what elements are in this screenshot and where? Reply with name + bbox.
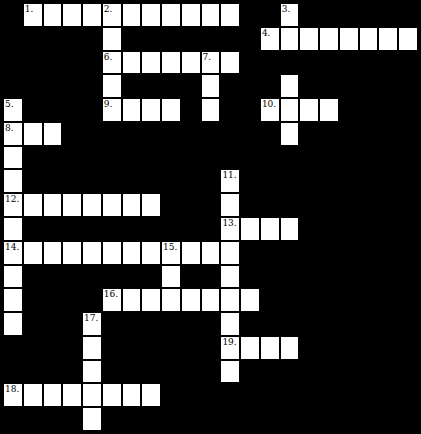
crossword-cell[interactable]: [102, 241, 122, 265]
black-cell: [141, 27, 161, 51]
black-cell: [359, 265, 379, 289]
black-cell: [359, 360, 379, 384]
crossword-cell[interactable]: [161, 3, 181, 27]
black-cell: [378, 122, 398, 146]
black-cell: [141, 122, 161, 146]
black-cell: [201, 360, 221, 384]
crossword-cell[interactable]: [378, 27, 398, 51]
crossword-cell[interactable]: [102, 193, 122, 217]
black-cell: [201, 169, 221, 193]
black-cell: [220, 27, 240, 51]
black-cell: [3, 27, 23, 51]
black-cell: [359, 312, 379, 336]
crossword-cell[interactable]: [141, 98, 161, 122]
crossword-cell[interactable]: 8.: [3, 122, 23, 146]
crossword-cell[interactable]: [62, 193, 82, 217]
crossword-cell[interactable]: [220, 360, 240, 384]
crossword-cell[interactable]: [240, 217, 260, 241]
black-cell: [378, 217, 398, 241]
black-cell: [260, 122, 280, 146]
crossword-cell[interactable]: [201, 3, 221, 27]
crossword-grid: 1.2.3.4.6.7.5.9.10.8.11.12.13.14.15.16.1…: [3, 3, 418, 431]
black-cell: [359, 51, 379, 75]
black-cell: [181, 193, 201, 217]
black-cell: [141, 217, 161, 241]
black-cell: [201, 122, 221, 146]
black-cell: [260, 51, 280, 75]
black-cell: [141, 407, 161, 431]
black-cell: [299, 265, 319, 289]
black-cell: [240, 74, 260, 98]
black-cell: [280, 360, 300, 384]
black-cell: [181, 146, 201, 170]
black-cell: [201, 27, 221, 51]
black-cell: [339, 98, 359, 122]
black-cell: [319, 217, 339, 241]
clue-number: 1.: [25, 4, 34, 14]
crossword-cell[interactable]: 13.: [220, 217, 240, 241]
black-cell: [43, 288, 63, 312]
crossword-cell[interactable]: 2.: [102, 3, 122, 27]
black-cell: [23, 360, 43, 384]
crossword-cell[interactable]: [122, 193, 142, 217]
crossword-cell[interactable]: [122, 241, 142, 265]
black-cell: [122, 312, 142, 336]
black-cell: [201, 193, 221, 217]
black-cell: [260, 146, 280, 170]
black-cell: [240, 122, 260, 146]
black-cell: [398, 74, 418, 98]
crossword-cell[interactable]: [280, 74, 300, 98]
crossword-cell[interactable]: [82, 241, 102, 265]
black-cell: [319, 241, 339, 265]
black-cell: [181, 312, 201, 336]
black-cell: [378, 265, 398, 289]
crossword-cell[interactable]: [220, 265, 240, 289]
black-cell: [280, 169, 300, 193]
crossword-cell[interactable]: [201, 98, 221, 122]
black-cell: [260, 169, 280, 193]
black-cell: [62, 360, 82, 384]
black-cell: [141, 312, 161, 336]
crossword-cell[interactable]: [43, 383, 63, 407]
crossword-cell[interactable]: [201, 241, 221, 265]
black-cell: [82, 98, 102, 122]
crossword-cell[interactable]: [43, 193, 63, 217]
crossword-cell[interactable]: [240, 336, 260, 360]
black-cell: [280, 312, 300, 336]
black-cell: [201, 217, 221, 241]
crossword-cell[interactable]: [82, 407, 102, 431]
crossword-cell[interactable]: [102, 27, 122, 51]
black-cell: [299, 312, 319, 336]
black-cell: [299, 336, 319, 360]
crossword-cell[interactable]: 19.: [220, 336, 240, 360]
black-cell: [359, 407, 379, 431]
crossword-cell[interactable]: [23, 241, 43, 265]
crossword-cell[interactable]: [62, 241, 82, 265]
clue-number: 17.: [84, 313, 98, 323]
crossword-cell[interactable]: [141, 383, 161, 407]
black-cell: [181, 407, 201, 431]
black-cell: [398, 193, 418, 217]
crossword-cell[interactable]: [280, 122, 300, 146]
black-cell: [240, 27, 260, 51]
crossword-cell[interactable]: [181, 3, 201, 27]
black-cell: [319, 312, 339, 336]
clue-number: 3.: [282, 4, 291, 14]
black-cell: [240, 407, 260, 431]
crossword-cell[interactable]: [201, 74, 221, 98]
crossword-cell[interactable]: [3, 146, 23, 170]
crossword-cell[interactable]: [280, 98, 300, 122]
crossword-cell[interactable]: [122, 288, 142, 312]
black-cell: [161, 74, 181, 98]
crossword-cell[interactable]: [82, 336, 102, 360]
black-cell: [378, 407, 398, 431]
crossword-cell[interactable]: 14.: [3, 241, 23, 265]
crossword-cell[interactable]: 12.: [3, 193, 23, 217]
crossword-board-frame: 1.2.3.4.6.7.5.9.10.8.11.12.13.14.15.16.1…: [0, 0, 421, 434]
crossword-cell[interactable]: [280, 27, 300, 51]
crossword-cell[interactable]: 7.: [201, 51, 221, 75]
black-cell: [3, 407, 23, 431]
black-cell: [359, 336, 379, 360]
black-cell: [43, 169, 63, 193]
black-cell: [161, 336, 181, 360]
black-cell: [122, 265, 142, 289]
crossword-cell[interactable]: 6.: [102, 51, 122, 75]
black-cell: [181, 98, 201, 122]
black-cell: [62, 146, 82, 170]
crossword-cell[interactable]: [122, 383, 142, 407]
crossword-cell[interactable]: [181, 51, 201, 75]
black-cell: [82, 27, 102, 51]
crossword-cell[interactable]: 17.: [82, 312, 102, 336]
crossword-cell[interactable]: [299, 98, 319, 122]
crossword-cell[interactable]: [220, 241, 240, 265]
crossword-cell[interactable]: [161, 288, 181, 312]
crossword-cell[interactable]: [220, 312, 240, 336]
black-cell: [181, 265, 201, 289]
crossword-cell[interactable]: [280, 217, 300, 241]
crossword-cell[interactable]: [220, 3, 240, 27]
black-cell: [378, 193, 398, 217]
black-cell: [220, 383, 240, 407]
black-cell: [299, 241, 319, 265]
crossword-cell[interactable]: [299, 27, 319, 51]
black-cell: [23, 169, 43, 193]
black-cell: [62, 265, 82, 289]
black-cell: [62, 51, 82, 75]
black-cell: [23, 74, 43, 98]
black-cell: [240, 265, 260, 289]
black-cell: [181, 217, 201, 241]
crossword-cell[interactable]: 4.: [260, 27, 280, 51]
crossword-cell[interactable]: [43, 122, 63, 146]
black-cell: [220, 407, 240, 431]
crossword-cell[interactable]: [122, 51, 142, 75]
black-cell: [240, 98, 260, 122]
black-cell: [319, 146, 339, 170]
black-cell: [62, 288, 82, 312]
crossword-cell[interactable]: 5.: [3, 98, 23, 122]
black-cell: [319, 193, 339, 217]
black-cell: [240, 146, 260, 170]
crossword-cell[interactable]: [82, 383, 102, 407]
black-cell: [161, 312, 181, 336]
black-cell: [319, 407, 339, 431]
black-cell: [43, 312, 63, 336]
black-cell: [181, 27, 201, 51]
black-cell: [398, 360, 418, 384]
clue-number: 6.: [104, 52, 113, 62]
black-cell: [319, 265, 339, 289]
black-cell: [201, 146, 221, 170]
crossword-cell[interactable]: 15.: [161, 241, 181, 265]
black-cell: [339, 407, 359, 431]
black-cell: [398, 3, 418, 27]
black-cell: [122, 146, 142, 170]
black-cell: [141, 169, 161, 193]
crossword-cell[interactable]: 1.: [23, 3, 43, 27]
black-cell: [23, 288, 43, 312]
black-cell: [43, 336, 63, 360]
black-cell: [102, 312, 122, 336]
black-cell: [201, 312, 221, 336]
black-cell: [23, 27, 43, 51]
black-cell: [299, 407, 319, 431]
crossword-cell[interactable]: [23, 193, 43, 217]
black-cell: [82, 217, 102, 241]
crossword-cell[interactable]: [43, 241, 63, 265]
black-cell: [122, 122, 142, 146]
black-cell: [201, 265, 221, 289]
black-cell: [359, 241, 379, 265]
clue-number: 16.: [104, 289, 118, 299]
crossword-cell[interactable]: [260, 336, 280, 360]
crossword-cell[interactable]: [319, 27, 339, 51]
clue-number: 18.: [5, 384, 19, 394]
black-cell: [260, 360, 280, 384]
black-cell: [161, 360, 181, 384]
black-cell: [319, 74, 339, 98]
black-cell: [43, 98, 63, 122]
black-cell: [299, 74, 319, 98]
black-cell: [122, 407, 142, 431]
black-cell: [122, 169, 142, 193]
black-cell: [280, 288, 300, 312]
black-cell: [339, 122, 359, 146]
crossword-cell[interactable]: [62, 3, 82, 27]
crossword-cell[interactable]: [280, 336, 300, 360]
black-cell: [260, 74, 280, 98]
crossword-cell[interactable]: [141, 193, 161, 217]
crossword-cell[interactable]: [161, 265, 181, 289]
crossword-cell[interactable]: 11.: [220, 169, 240, 193]
crossword-cell[interactable]: [3, 217, 23, 241]
crossword-cell[interactable]: [102, 383, 122, 407]
black-cell: [299, 383, 319, 407]
black-cell: [43, 407, 63, 431]
black-cell: [378, 98, 398, 122]
crossword-cell[interactable]: [220, 193, 240, 217]
black-cell: [122, 336, 142, 360]
black-cell: [43, 265, 63, 289]
black-cell: [23, 217, 43, 241]
crossword-cell[interactable]: [398, 27, 418, 51]
clue-number: 2.: [104, 4, 113, 14]
black-cell: [378, 288, 398, 312]
black-cell: [102, 360, 122, 384]
black-cell: [181, 122, 201, 146]
black-cell: [299, 146, 319, 170]
crossword-cell[interactable]: [23, 122, 43, 146]
black-cell: [398, 312, 418, 336]
black-cell: [280, 407, 300, 431]
black-cell: [260, 193, 280, 217]
crossword-cell[interactable]: [82, 360, 102, 384]
crossword-cell[interactable]: [3, 265, 23, 289]
black-cell: [141, 146, 161, 170]
black-cell: [339, 51, 359, 75]
black-cell: [161, 193, 181, 217]
black-cell: [280, 383, 300, 407]
crossword-cell[interactable]: [23, 383, 43, 407]
crossword-cell[interactable]: [122, 98, 142, 122]
crossword-cell[interactable]: [122, 3, 142, 27]
black-cell: [378, 312, 398, 336]
black-cell: [299, 122, 319, 146]
black-cell: [398, 51, 418, 75]
clue-number: 10.: [262, 99, 276, 109]
crossword-cell[interactable]: 18.: [3, 383, 23, 407]
crossword-cell[interactable]: [339, 27, 359, 51]
black-cell: [161, 146, 181, 170]
black-cell: [181, 169, 201, 193]
black-cell: [3, 74, 23, 98]
crossword-cell[interactable]: 9.: [102, 98, 122, 122]
black-cell: [181, 336, 201, 360]
black-cell: [339, 169, 359, 193]
black-cell: [280, 146, 300, 170]
black-cell: [62, 27, 82, 51]
black-cell: [398, 217, 418, 241]
black-cell: [339, 241, 359, 265]
crossword-cell[interactable]: [220, 288, 240, 312]
black-cell: [398, 122, 418, 146]
black-cell: [3, 360, 23, 384]
crossword-cell[interactable]: [3, 169, 23, 193]
crossword-cell[interactable]: [240, 288, 260, 312]
black-cell: [378, 3, 398, 27]
crossword-cell[interactable]: [141, 3, 161, 27]
black-cell: [339, 383, 359, 407]
black-cell: [23, 312, 43, 336]
crossword-cell[interactable]: [141, 288, 161, 312]
crossword-cell[interactable]: [102, 74, 122, 98]
crossword-cell[interactable]: [220, 51, 240, 75]
black-cell: [43, 217, 63, 241]
clue-number: 4.: [262, 28, 271, 38]
black-cell: [398, 336, 418, 360]
crossword-cell[interactable]: [3, 288, 23, 312]
crossword-cell[interactable]: [3, 312, 23, 336]
black-cell: [240, 193, 260, 217]
black-cell: [102, 169, 122, 193]
black-cell: [82, 51, 102, 75]
black-cell: [62, 98, 82, 122]
black-cell: [260, 3, 280, 27]
crossword-cell[interactable]: 16.: [102, 288, 122, 312]
black-cell: [359, 98, 379, 122]
crossword-cell[interactable]: 3.: [280, 3, 300, 27]
black-cell: [398, 265, 418, 289]
black-cell: [161, 217, 181, 241]
black-cell: [319, 336, 339, 360]
black-cell: [23, 146, 43, 170]
black-cell: [3, 51, 23, 75]
black-cell: [102, 407, 122, 431]
black-cell: [280, 193, 300, 217]
crossword-cell[interactable]: [260, 217, 280, 241]
black-cell: [280, 51, 300, 75]
black-cell: [398, 146, 418, 170]
crossword-cell[interactable]: [161, 51, 181, 75]
black-cell: [339, 336, 359, 360]
black-cell: [359, 288, 379, 312]
black-cell: [339, 74, 359, 98]
crossword-cell[interactable]: [181, 241, 201, 265]
crossword-cell[interactable]: [141, 51, 161, 75]
clue-number: 15.: [163, 242, 177, 252]
black-cell: [102, 146, 122, 170]
black-cell: [260, 407, 280, 431]
crossword-cell[interactable]: [181, 288, 201, 312]
black-cell: [141, 74, 161, 98]
black-cell: [299, 193, 319, 217]
black-cell: [102, 217, 122, 241]
crossword-cell[interactable]: [141, 241, 161, 265]
black-cell: [319, 360, 339, 384]
black-cell: [62, 122, 82, 146]
clue-number: 9.: [104, 99, 113, 109]
black-cell: [23, 336, 43, 360]
crossword-cell[interactable]: [62, 383, 82, 407]
black-cell: [280, 265, 300, 289]
crossword-cell[interactable]: 10.: [260, 98, 280, 122]
black-cell: [359, 122, 379, 146]
crossword-cell[interactable]: [82, 193, 102, 217]
black-cell: [3, 3, 23, 27]
crossword-cell[interactable]: [161, 98, 181, 122]
black-cell: [3, 336, 23, 360]
black-cell: [240, 312, 260, 336]
black-cell: [82, 265, 102, 289]
crossword-cell[interactable]: [319, 98, 339, 122]
black-cell: [43, 51, 63, 75]
crossword-cell[interactable]: [359, 27, 379, 51]
black-cell: [339, 193, 359, 217]
black-cell: [102, 122, 122, 146]
black-cell: [260, 288, 280, 312]
black-cell: [201, 336, 221, 360]
black-cell: [260, 241, 280, 265]
crossword-cell[interactable]: [43, 3, 63, 27]
black-cell: [82, 146, 102, 170]
crossword-cell[interactable]: [201, 288, 221, 312]
crossword-cell[interactable]: [82, 3, 102, 27]
